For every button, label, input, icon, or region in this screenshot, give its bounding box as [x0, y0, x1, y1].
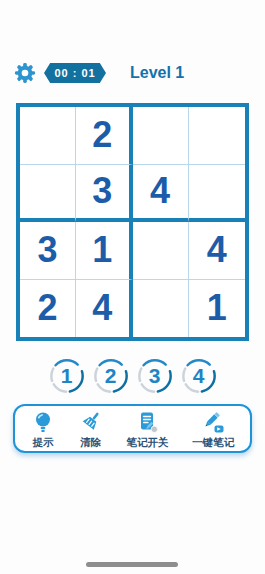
numpad-button-4[interactable]: 4 — [180, 357, 218, 395]
cell-r2c2[interactable]: 3 — [76, 165, 132, 223]
cell-r1c4[interactable] — [189, 107, 245, 165]
number-pad: 1234 — [0, 357, 265, 395]
cell-r1c2[interactable]: 2 — [76, 107, 132, 165]
cell-r4c2[interactable]: 4 — [76, 280, 132, 338]
numpad-digit: 2 — [92, 357, 130, 395]
cell-r3c1[interactable]: 3 — [20, 222, 76, 280]
cell-r3c3[interactable] — [133, 222, 189, 280]
home-indicator[interactable] — [86, 562, 178, 567]
hint-button[interactable]: 提示 — [29, 409, 57, 449]
numpad-button-3[interactable]: 3 — [136, 357, 174, 395]
hint-label: 提示 — [32, 436, 53, 448]
cell-r4c4[interactable]: 1 — [189, 280, 245, 338]
cell-r4c1[interactable]: 2 — [20, 280, 76, 338]
numpad-digit: 3 — [136, 357, 174, 395]
clear-label: 清除 — [80, 436, 101, 448]
notes-toggle-button[interactable]: 笔记开关 — [124, 409, 170, 449]
cell-r2c1[interactable] — [20, 165, 76, 223]
cell-r4c3[interactable] — [133, 280, 189, 338]
cell-r3c4[interactable]: 4 — [189, 222, 245, 280]
toolbar: 提示 清除 笔记开关 — [13, 404, 252, 453]
numpad-button-2[interactable]: 2 — [92, 357, 130, 395]
numpad-digit: 1 — [48, 357, 86, 395]
cell-r1c3[interactable] — [133, 107, 189, 165]
pencil-auto-icon — [201, 410, 225, 434]
notes-toggle-label: 笔记开关 — [126, 436, 168, 448]
cell-r1c1[interactable] — [20, 107, 76, 165]
lightbulb-icon — [31, 410, 55, 434]
cell-r2c4[interactable] — [189, 165, 245, 223]
numpad-digit: 4 — [180, 357, 218, 395]
clear-button[interactable]: 清除 — [77, 409, 105, 449]
cell-r2c3[interactable]: 4 — [133, 165, 189, 223]
header: 00 : 01 Level 1 — [0, 60, 265, 86]
timer-text: 00 : 01 — [54, 67, 95, 79]
broom-icon — [79, 410, 103, 434]
notepad-toggle-icon — [135, 410, 159, 434]
gear-icon[interactable] — [14, 62, 36, 84]
auto-notes-button[interactable]: 一键笔记 — [190, 409, 236, 449]
numpad-button-1[interactable]: 1 — [48, 357, 86, 395]
timer-badge: 00 : 01 — [44, 63, 106, 83]
cell-r3c2[interactable]: 1 — [76, 222, 132, 280]
level-label: Level 1 — [130, 64, 184, 82]
sudoku-grid: 234314241 — [16, 103, 249, 341]
auto-notes-label: 一键笔记 — [192, 436, 234, 448]
